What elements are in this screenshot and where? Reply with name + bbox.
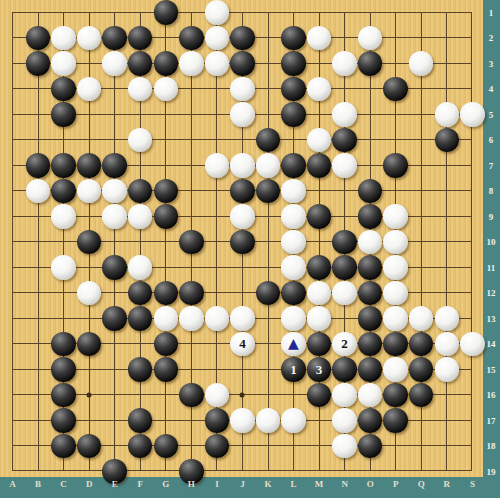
triangle-marker: ▲ (288, 336, 299, 350)
col-label-I: I (207, 479, 227, 489)
stone-black-N15[interactable] (332, 357, 356, 381)
stone-white-L10[interactable] (281, 230, 305, 254)
stone-white-F6[interactable] (128, 128, 152, 152)
stone-white-J4[interactable] (230, 77, 254, 101)
stone-black-F2[interactable] (128, 26, 152, 50)
stone-white-R15[interactable] (435, 357, 459, 381)
stone-white-J14[interactable]: 4 (230, 332, 254, 356)
stone-white-P11[interactable] (383, 255, 407, 279)
stone-white-D12[interactable] (77, 281, 101, 305)
row-label-11: 11 (483, 263, 499, 273)
stone-black-J2[interactable] (230, 26, 254, 50)
stone-black-C4[interactable] (51, 77, 75, 101)
stone-black-E13[interactable] (102, 306, 126, 330)
row-label-3: 3 (483, 59, 499, 69)
row-label-17: 17 (483, 416, 499, 426)
stone-white-J13[interactable] (230, 306, 254, 330)
stone-black-G12[interactable] (154, 281, 178, 305)
stone-black-C8[interactable] (51, 179, 75, 203)
stone-white-C9[interactable] (51, 204, 75, 228)
stone-black-D10[interactable] (77, 230, 101, 254)
col-label-K: K (258, 479, 278, 489)
stone-black-O14[interactable] (358, 332, 382, 356)
stone-black-N11[interactable] (332, 255, 356, 279)
stone-white-D8[interactable] (77, 179, 101, 203)
stone-white-O2[interactable] (358, 26, 382, 50)
stone-white-L14[interactable]: ▲ (281, 332, 305, 356)
stone-white-F9[interactable] (128, 204, 152, 228)
stone-black-M9[interactable] (307, 204, 331, 228)
col-label-D: D (79, 479, 99, 489)
stone-white-N3[interactable] (332, 51, 356, 75)
stone-black-M11[interactable] (307, 255, 331, 279)
stone-white-K7[interactable] (256, 153, 280, 177)
row-label-8: 8 (483, 186, 499, 196)
row-label-2: 2 (483, 33, 499, 43)
stone-white-H3[interactable] (179, 51, 203, 75)
stone-black-Q16[interactable] (409, 383, 433, 407)
stone-white-L11[interactable] (281, 255, 305, 279)
col-label-B: B (28, 479, 48, 489)
stone-white-J17[interactable] (230, 408, 254, 432)
stone-white-I3[interactable] (205, 51, 229, 75)
stone-white-O10[interactable] (358, 230, 382, 254)
col-label-O: O (360, 479, 380, 489)
col-label-C: C (54, 479, 74, 489)
move-number-1: 1 (290, 363, 297, 376)
row-label-13: 13 (483, 314, 499, 324)
stone-black-I18[interactable] (205, 434, 229, 458)
stone-white-E9[interactable] (102, 204, 126, 228)
stone-white-F4[interactable] (128, 77, 152, 101)
stone-black-M16[interactable] (307, 383, 331, 407)
stone-black-L15[interactable]: 1 (281, 357, 305, 381)
stone-white-M6[interactable] (307, 128, 331, 152)
stone-black-F15[interactable] (128, 357, 152, 381)
stone-white-N14[interactable]: 2 (332, 332, 356, 356)
stone-black-C18[interactable] (51, 434, 75, 458)
col-label-S: S (462, 479, 482, 489)
stone-white-D4[interactable] (77, 77, 101, 101)
stone-white-I13[interactable] (205, 306, 229, 330)
stone-white-R13[interactable] (435, 306, 459, 330)
go-app-window: 4▲213 ABCDEFGHIJKLMNOPQRS 12345678910111… (0, 0, 500, 498)
stone-white-E3[interactable] (102, 51, 126, 75)
stone-black-E11[interactable] (102, 255, 126, 279)
stone-black-H2[interactable] (179, 26, 203, 50)
col-label-G: G (156, 479, 176, 489)
stone-white-O16[interactable] (358, 383, 382, 407)
go-board[interactable]: 4▲213 (0, 0, 483, 477)
stone-white-Q13[interactable] (409, 306, 433, 330)
col-label-A: A (3, 479, 23, 489)
stone-black-G9[interactable] (154, 204, 178, 228)
stone-black-F8[interactable] (128, 179, 152, 203)
stone-black-D14[interactable] (77, 332, 101, 356)
stone-black-G18[interactable] (154, 434, 178, 458)
col-label-R: R (437, 479, 457, 489)
stone-black-L4[interactable] (281, 77, 305, 101)
stone-black-M15[interactable]: 3 (307, 357, 331, 381)
row-label-16: 16 (483, 390, 499, 400)
row-label-1: 1 (483, 8, 499, 18)
stone-black-P7[interactable] (383, 153, 407, 177)
row-label-6: 6 (483, 135, 499, 145)
row-label-14: 14 (483, 339, 499, 349)
stone-black-F3[interactable] (128, 51, 152, 75)
stone-white-P10[interactable] (383, 230, 407, 254)
stone-black-H12[interactable] (179, 281, 203, 305)
stone-white-B8[interactable] (26, 179, 50, 203)
stone-black-K8[interactable] (256, 179, 280, 203)
stone-white-D2[interactable] (77, 26, 101, 50)
stone-black-B3[interactable] (26, 51, 50, 75)
stone-black-P17[interactable] (383, 408, 407, 432)
stone-white-I7[interactable] (205, 153, 229, 177)
stone-white-C2[interactable] (51, 26, 75, 50)
stone-black-C17[interactable] (51, 408, 75, 432)
stone-black-J8[interactable] (230, 179, 254, 203)
row-label-10: 10 (483, 237, 499, 247)
col-label-H: H (181, 479, 201, 489)
stone-white-R5[interactable] (435, 102, 459, 126)
stone-white-H13[interactable] (179, 306, 203, 330)
stone-black-Q14[interactable] (409, 332, 433, 356)
stone-white-I16[interactable] (205, 383, 229, 407)
stone-black-J3[interactable] (230, 51, 254, 75)
row-label-19: 19 (483, 467, 499, 477)
stone-white-G4[interactable] (154, 77, 178, 101)
move-number-4: 4 (239, 337, 246, 350)
board-stone-grid: 4▲213 (0, 0, 485, 484)
col-label-L: L (284, 479, 304, 489)
stone-black-G3[interactable] (154, 51, 178, 75)
stone-black-F12[interactable] (128, 281, 152, 305)
stone-white-N7[interactable] (332, 153, 356, 177)
stone-white-J9[interactable] (230, 204, 254, 228)
stone-black-D7[interactable] (77, 153, 101, 177)
stone-white-I2[interactable] (205, 26, 229, 50)
stone-white-C3[interactable] (51, 51, 75, 75)
stone-white-N17[interactable] (332, 408, 356, 432)
stone-white-G13[interactable] (154, 306, 178, 330)
stone-black-C7[interactable] (51, 153, 75, 177)
stone-white-M12[interactable] (307, 281, 331, 305)
stone-black-P14[interactable] (383, 332, 407, 356)
stone-black-L2[interactable] (281, 26, 305, 50)
stone-white-F11[interactable] (128, 255, 152, 279)
stone-black-K6[interactable] (256, 128, 280, 152)
stone-black-E2[interactable] (102, 26, 126, 50)
stone-white-M2[interactable] (307, 26, 331, 50)
stone-black-O18[interactable] (358, 434, 382, 458)
stone-white-K17[interactable] (256, 408, 280, 432)
stone-black-R6[interactable] (435, 128, 459, 152)
stone-black-G8[interactable] (154, 179, 178, 203)
stone-black-O17[interactable] (358, 408, 382, 432)
stone-white-P13[interactable] (383, 306, 407, 330)
stone-white-R14[interactable] (435, 332, 459, 356)
row-label-15: 15 (483, 365, 499, 375)
stone-white-M4[interactable] (307, 77, 331, 101)
stone-black-L7[interactable] (281, 153, 305, 177)
stone-black-M14[interactable] (307, 332, 331, 356)
stone-white-N16[interactable] (332, 383, 356, 407)
col-label-J: J (232, 479, 252, 489)
stone-black-O13[interactable] (358, 306, 382, 330)
stone-black-C15[interactable] (51, 357, 75, 381)
row-label-7: 7 (483, 161, 499, 171)
row-label-4: 4 (483, 84, 499, 94)
stone-black-B2[interactable] (26, 26, 50, 50)
stone-white-L13[interactable] (281, 306, 305, 330)
stone-black-L12[interactable] (281, 281, 305, 305)
stone-black-N6[interactable] (332, 128, 356, 152)
row-label-9: 9 (483, 212, 499, 222)
stone-white-E8[interactable] (102, 179, 126, 203)
col-label-E: E (105, 479, 125, 489)
stone-black-L3[interactable] (281, 51, 305, 75)
stone-black-O11[interactable] (358, 255, 382, 279)
col-label-N: N (335, 479, 355, 489)
stone-white-M13[interactable] (307, 306, 331, 330)
stone-black-O3[interactable] (358, 51, 382, 75)
stone-white-L17[interactable] (281, 408, 305, 432)
row-label-5: 5 (483, 110, 499, 120)
col-label-M: M (309, 479, 329, 489)
stone-white-S5[interactable] (460, 102, 484, 126)
stone-white-Q3[interactable] (409, 51, 433, 75)
stone-white-P12[interactable] (383, 281, 407, 305)
stone-black-H10[interactable] (179, 230, 203, 254)
stone-black-O8[interactable] (358, 179, 382, 203)
stone-white-L8[interactable] (281, 179, 305, 203)
stone-white-N18[interactable] (332, 434, 356, 458)
stone-white-J5[interactable] (230, 102, 254, 126)
stone-black-F13[interactable] (128, 306, 152, 330)
stone-white-N12[interactable] (332, 281, 356, 305)
stone-white-P15[interactable] (383, 357, 407, 381)
stone-black-G15[interactable] (154, 357, 178, 381)
stone-white-S14[interactable] (460, 332, 484, 356)
stone-black-P4[interactable] (383, 77, 407, 101)
stone-white-J7[interactable] (230, 153, 254, 177)
stone-black-N10[interactable] (332, 230, 356, 254)
stone-black-O9[interactable] (358, 204, 382, 228)
stone-black-P16[interactable] (383, 383, 407, 407)
col-label-Q: Q (411, 479, 431, 489)
stone-black-C14[interactable] (51, 332, 75, 356)
row-label-18: 18 (483, 441, 499, 451)
stone-black-K12[interactable] (256, 281, 280, 305)
col-label-F: F (130, 479, 150, 489)
stone-black-C5[interactable] (51, 102, 75, 126)
stone-black-G1[interactable] (154, 0, 178, 24)
stone-black-F18[interactable] (128, 434, 152, 458)
col-label-P: P (386, 479, 406, 489)
stone-white-N5[interactable] (332, 102, 356, 126)
move-number-2: 2 (341, 337, 348, 350)
stone-black-E7[interactable] (102, 153, 126, 177)
stone-black-M7[interactable] (307, 153, 331, 177)
move-number-3: 3 (316, 363, 323, 376)
stone-black-Q15[interactable] (409, 357, 433, 381)
stone-black-J10[interactable] (230, 230, 254, 254)
stone-black-O12[interactable] (358, 281, 382, 305)
stone-black-O15[interactable] (358, 357, 382, 381)
stone-black-H16[interactable] (179, 383, 203, 407)
stone-black-I17[interactable] (205, 408, 229, 432)
stone-black-F17[interactable] (128, 408, 152, 432)
stone-black-D18[interactable] (77, 434, 101, 458)
stone-white-P9[interactable] (383, 204, 407, 228)
stone-black-C16[interactable] (51, 383, 75, 407)
stone-black-L5[interactable] (281, 102, 305, 126)
stone-white-C11[interactable] (51, 255, 75, 279)
row-label-12: 12 (483, 288, 499, 298)
stone-black-B7[interactable] (26, 153, 50, 177)
stone-white-I1[interactable] (205, 0, 229, 24)
stone-black-G14[interactable] (154, 332, 178, 356)
stone-white-L9[interactable] (281, 204, 305, 228)
